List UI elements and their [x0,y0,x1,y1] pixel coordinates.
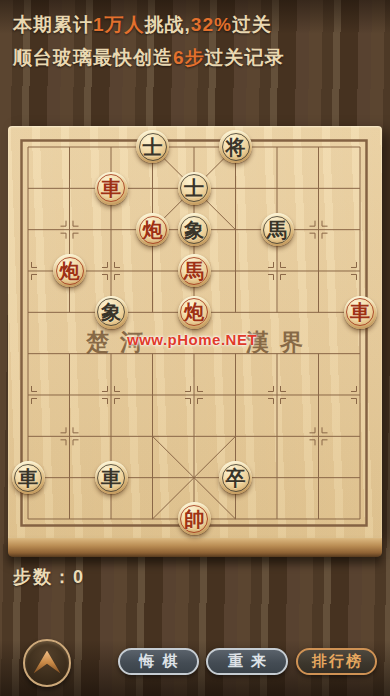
pass-rate: 32% [191,14,232,35]
red-piece-炮[interactable]: 炮 [136,213,169,246]
piece-glyph: 象 [101,302,121,322]
piece-glyph: 車 [18,468,38,488]
piece-glyph: 馬 [267,220,287,240]
piece-glyph: 士 [184,178,204,198]
red-piece-車[interactable]: 車 [95,172,128,205]
piece-glyph: 馬 [184,261,204,281]
black-piece-士[interactable]: 士 [178,172,211,205]
red-piece-炮[interactable]: 炮 [178,296,211,329]
piece-glyph: 車 [101,178,121,198]
record-stats-line: 顺台玻璃最快创造6步过关记录 [13,41,383,74]
piece-glyph: 士 [143,137,163,157]
piece-glyph: 炮 [184,302,204,322]
arrow-up-icon [34,651,61,674]
black-piece-象[interactable]: 象 [178,213,211,246]
black-piece-馬[interactable]: 馬 [261,213,294,246]
undo-button[interactable]: 悔棋 [118,648,199,675]
pieces-grid[interactable]: 士将車士炮象馬炮馬象炮車車車卒帥 [7,126,381,539]
piece-glyph: 車 [350,302,370,322]
restart-button[interactable]: 重来 [206,648,288,675]
move-counter-value: 0 [73,567,85,587]
header-stats: 本期累计1万人挑战,32%过关 顺台玻璃最快创造6步过关记录 [13,8,383,74]
move-counter-label: 步数： [13,567,73,587]
players-count: 1万人 [93,14,145,35]
red-piece-帥[interactable]: 帥 [178,502,211,535]
black-piece-象[interactable]: 象 [95,296,128,329]
piece-glyph: 将 [226,137,246,157]
board-edge [8,538,382,557]
stats-text: 本期累计 [13,14,93,35]
piece-glyph: 車 [101,468,121,488]
move-counter: 步数：0 [13,565,85,589]
piece-glyph: 帥 [184,509,204,529]
red-piece-馬[interactable]: 馬 [178,254,211,287]
challenge-stats-line: 本期累计1万人挑战,32%过关 [13,8,383,41]
stats-text: 挑战, [145,14,191,35]
red-piece-車[interactable]: 車 [344,296,377,329]
record-holder-text: 顺台玻璃最快创造 [13,47,173,68]
record-steps: 6步 [173,47,205,68]
record-text: 过关记录 [205,47,285,68]
piece-glyph: 象 [184,220,204,240]
black-piece-車[interactable]: 車 [95,461,128,494]
black-piece-将[interactable]: 将 [219,130,252,163]
black-piece-車[interactable]: 車 [12,461,45,494]
stats-text: 过关 [232,14,272,35]
collapse-panel-button[interactable] [23,639,71,687]
piece-glyph: 炮 [60,261,80,281]
red-piece-炮[interactable]: 炮 [53,254,86,287]
piece-glyph: 卒 [226,468,246,488]
black-piece-士[interactable]: 士 [136,130,169,163]
black-piece-卒[interactable]: 卒 [219,461,252,494]
leaderboard-button[interactable]: 排行榜 [296,648,377,675]
piece-glyph: 炮 [143,220,163,240]
